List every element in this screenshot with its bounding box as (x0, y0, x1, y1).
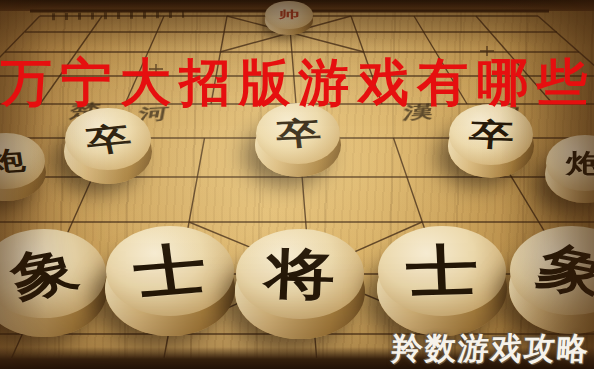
piece-character: 士 (130, 240, 209, 302)
piece-black-elephant-right[interactable]: 象 (509, 226, 594, 334)
piece-character: 象 (4, 242, 84, 304)
piece-character: 帅 (279, 10, 300, 21)
piece-character: 卒 (467, 118, 514, 150)
piece-face: 士 (106, 226, 233, 316)
piece-face: 帅 (265, 1, 312, 29)
piece-face: 士 (378, 226, 505, 316)
piece-character: 炮 (0, 147, 27, 175)
piece-character: 士 (405, 242, 479, 300)
piece-face: 卒 (65, 108, 151, 170)
piece-character: 卒 (274, 117, 322, 150)
piece-character: 将 (264, 246, 336, 302)
piece-black-cannon-right[interactable]: 炮 (545, 135, 594, 203)
piece-character: 炮 (566, 150, 594, 176)
piece-black-general[interactable]: 将 (235, 229, 365, 339)
xiangqi-photo-scene: 楚 河 漢 界 帅 炮 卒 卒 卒 炮 (0, 0, 594, 369)
piece-black-cannon-left[interactable]: 炮 (0, 133, 46, 201)
piece-black-advisor-right[interactable]: 士 (377, 226, 507, 336)
piece-black-soldier[interactable]: 卒 (448, 104, 534, 178)
piece-face: 将 (236, 229, 363, 319)
watermark-text: 羚数游戏攻略 (391, 333, 591, 364)
piece-black-soldier[interactable]: 卒 (64, 108, 152, 184)
piece-black-soldier[interactable]: 卒 (255, 103, 341, 177)
piece-character: 象 (532, 239, 594, 301)
piece-face: 卒 (256, 103, 340, 164)
piece-black-advisor-left[interactable]: 士 (105, 226, 235, 336)
piece-character: 卒 (83, 122, 134, 157)
caption-title: 万宁大招版游戏有哪些 (1, 57, 594, 108)
piece-black-elephant-left[interactable]: 象 (0, 229, 107, 337)
piece-red-general[interactable]: 帅 (265, 1, 313, 35)
piece-face: 卒 (449, 104, 533, 165)
